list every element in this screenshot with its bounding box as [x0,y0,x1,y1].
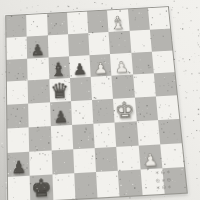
square-g6[interactable] [131,51,154,74]
watermark-stamp-line: ∗⊕∗ [151,183,177,192]
square-f2[interactable] [116,145,140,171]
photo-scene: ♝♟♝♟♟♟♛♟♚♟♟♚ ∗⊕∗ ⊕∗⊕ ∗⊕∗ [0,0,200,200]
square-a8[interactable] [6,15,27,37]
piece-black-pawn-a2[interactable]: ♟ [11,159,26,177]
square-b2[interactable] [29,150,52,176]
square-b5[interactable] [28,79,50,103]
square-e5[interactable] [91,76,113,100]
square-e8[interactable] [87,10,109,32]
square-h6[interactable] [152,50,175,73]
square-a4[interactable] [7,104,29,129]
square-a7[interactable] [6,36,27,59]
square-e3[interactable] [93,122,116,147]
piece-white-pawn-f6[interactable]: ♟ [114,60,129,76]
square-f3[interactable] [115,121,138,146]
square-d3[interactable] [72,123,95,148]
square-c3[interactable] [50,125,73,150]
square-b3[interactable] [29,126,51,151]
square-f6[interactable]: ♟ [110,52,132,76]
square-d4[interactable] [71,100,94,125]
square-g7[interactable] [129,29,151,52]
square-e6[interactable]: ♟ [89,54,111,78]
square-g4[interactable] [134,96,157,121]
square-h4[interactable] [156,95,180,120]
square-c4[interactable]: ♟ [50,101,72,126]
square-d1[interactable] [74,172,97,199]
piece-black-pawn-c4[interactable]: ♟ [53,109,68,126]
piece-white-king-f4[interactable]: ♚ [114,99,135,122]
square-h8[interactable] [148,7,170,29]
square-f8[interactable]: ♝ [107,9,129,31]
square-b1[interactable]: ♚ [30,175,53,200]
square-c1[interactable] [52,173,75,200]
watermark-stamp: ∗⊕∗ ⊕∗⊕ ∗⊕∗ [150,168,178,196]
square-a1[interactable] [8,176,31,200]
square-d6[interactable]: ♟ [69,55,91,79]
square-f5[interactable] [112,75,135,99]
square-c8[interactable] [47,13,68,35]
square-d7[interactable] [68,33,90,56]
square-c7[interactable] [47,34,68,57]
square-d2[interactable] [73,148,96,174]
square-e1[interactable] [96,171,120,198]
piece-white-pawn-g2[interactable]: ♟ [142,152,158,170]
square-a2[interactable]: ♟ [8,151,30,177]
square-b6[interactable] [27,57,48,81]
square-c2[interactable] [51,149,74,175]
square-c6[interactable]: ♝ [48,56,70,80]
square-b7[interactable]: ♟ [27,35,48,58]
piece-black-queen-c5[interactable]: ♛ [50,81,69,102]
square-f1[interactable] [118,170,142,197]
square-h7[interactable] [150,28,173,51]
square-g3[interactable] [136,120,160,145]
piece-black-pawn-d6[interactable]: ♟ [72,62,87,78]
piece-white-bishop-f8[interactable]: ♝ [110,14,128,32]
square-g2[interactable]: ♟ [138,144,162,170]
square-c5[interactable]: ♛ [49,78,71,102]
square-f4[interactable]: ♚ [113,98,136,123]
square-h2[interactable] [160,143,184,169]
square-f7[interactable] [109,31,131,54]
square-b4[interactable] [28,102,50,127]
piece-black-king-b1[interactable]: ♚ [31,177,52,200]
piece-black-pawn-b7[interactable]: ♟ [30,42,44,58]
square-h5[interactable] [154,72,177,96]
square-h3[interactable] [158,119,182,144]
square-e4[interactable] [92,99,115,124]
square-d5[interactable] [70,77,92,101]
square-a5[interactable] [7,81,28,105]
square-b8[interactable] [26,14,47,36]
square-e2[interactable] [95,146,118,172]
square-a3[interactable] [7,127,29,152]
square-d8[interactable] [67,12,88,34]
piece-white-pawn-e6[interactable]: ♟ [93,61,108,77]
square-e7[interactable] [88,32,110,55]
square-a6[interactable] [7,58,28,82]
square-g5[interactable] [133,74,156,98]
piece-black-bishop-c6[interactable]: ♝ [50,60,67,79]
square-g8[interactable] [127,8,149,30]
